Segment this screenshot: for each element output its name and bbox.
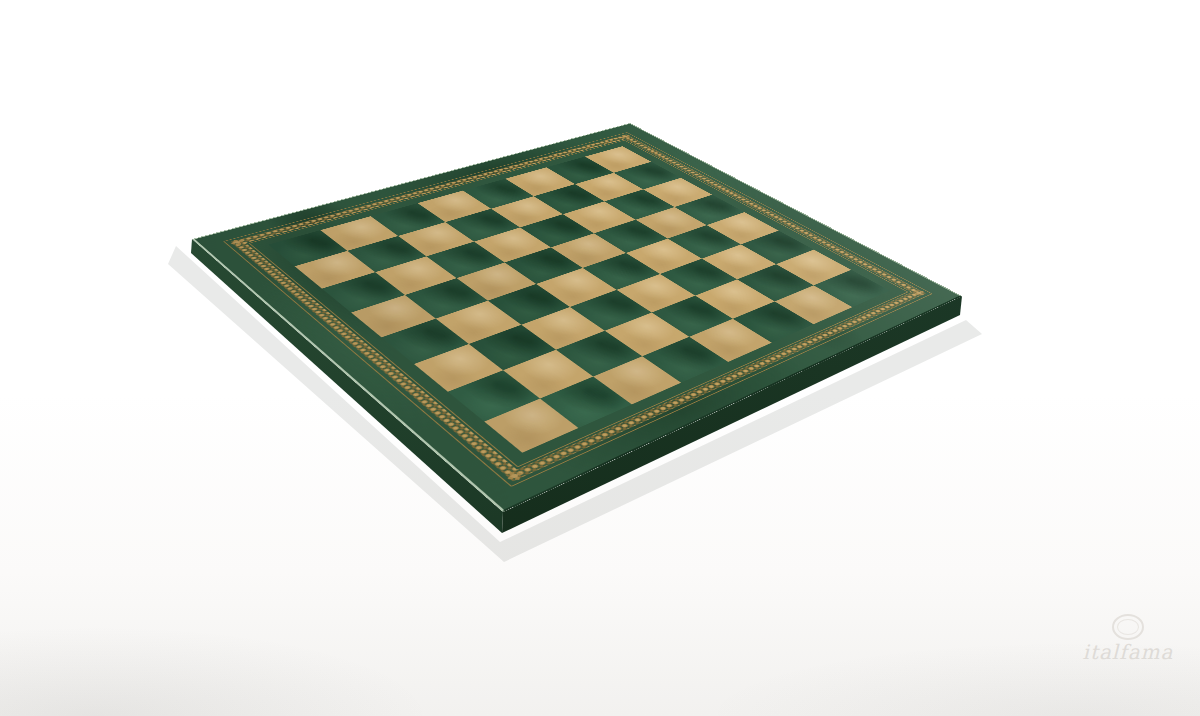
photo-stage: italfama: [0, 0, 1200, 716]
watermark: italfama: [1078, 614, 1178, 662]
italfama-logo-icon: [1112, 614, 1144, 640]
watermark-text: italfama: [1078, 642, 1178, 662]
chess-board: [192, 123, 962, 512]
